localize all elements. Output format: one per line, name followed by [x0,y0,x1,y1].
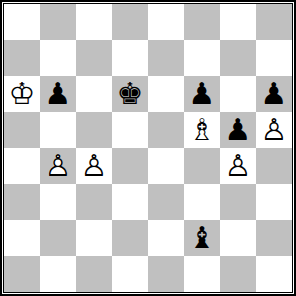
square-g4[interactable]: ♟♙ [220,148,256,184]
square-a6[interactable]: ♚♔ [4,76,40,112]
square-g5[interactable]: ♟ [220,112,256,148]
square-e5[interactable] [148,112,184,148]
black-king: ♚ [112,76,148,112]
white-king: ♚♔ [4,76,40,112]
square-b8[interactable] [40,4,76,40]
square-e6[interactable] [148,76,184,112]
square-f5[interactable]: ♝♗ [184,112,220,148]
square-h3[interactable] [256,184,292,220]
square-a7[interactable] [4,40,40,76]
square-b7[interactable] [40,40,76,76]
square-h6[interactable]: ♟ [256,76,292,112]
black-pawn: ♟ [220,112,256,148]
piece-glyph: ♟ [220,112,256,148]
square-g8[interactable] [220,4,256,40]
square-f4[interactable] [184,148,220,184]
square-b4[interactable]: ♟♙ [40,148,76,184]
square-f7[interactable] [184,40,220,76]
square-h4[interactable] [256,148,292,184]
square-d1[interactable] [112,256,148,292]
square-c2[interactable] [76,220,112,256]
square-c7[interactable] [76,40,112,76]
square-a3[interactable] [4,184,40,220]
black-bishop: ♝ [184,220,220,256]
square-d7[interactable] [112,40,148,76]
square-f3[interactable] [184,184,220,220]
chess-board: ♚♔♟♚♟♟♝♗♟♟♙♟♙♟♙♟♙♝ [4,4,292,292]
square-h5[interactable]: ♟♙ [256,112,292,148]
square-e3[interactable] [148,184,184,220]
square-g2[interactable] [220,220,256,256]
square-g3[interactable] [220,184,256,220]
black-pawn: ♟ [256,76,292,112]
piece-glyph: ♙ [256,112,292,148]
black-pawn: ♟ [184,76,220,112]
square-f8[interactable] [184,4,220,40]
square-d2[interactable] [112,220,148,256]
piece-glyph: ♚ [112,76,148,112]
white-pawn: ♟♙ [220,148,256,184]
square-c6[interactable] [76,76,112,112]
square-h2[interactable] [256,220,292,256]
square-c8[interactable] [76,4,112,40]
piece-glyph: ♗ [184,112,220,148]
piece-glyph: ♙ [40,148,76,184]
square-g7[interactable] [220,40,256,76]
square-d5[interactable] [112,112,148,148]
square-e4[interactable] [148,148,184,184]
square-c1[interactable] [76,256,112,292]
square-g6[interactable] [220,76,256,112]
square-h7[interactable] [256,40,292,76]
square-a8[interactable] [4,4,40,40]
square-g1[interactable] [220,256,256,292]
square-h8[interactable] [256,4,292,40]
square-d4[interactable] [112,148,148,184]
square-e1[interactable] [148,256,184,292]
white-pawn: ♟♙ [40,148,76,184]
square-a4[interactable] [4,148,40,184]
piece-glyph: ♟ [256,76,292,112]
square-c3[interactable] [76,184,112,220]
piece-glyph: ♔ [4,76,40,112]
square-e2[interactable] [148,220,184,256]
square-b5[interactable] [40,112,76,148]
piece-glyph: ♝ [184,220,220,256]
square-b3[interactable] [40,184,76,220]
black-pawn: ♟ [40,76,76,112]
square-b6[interactable]: ♟ [40,76,76,112]
diagram-inner-frame: ♚♔♟♚♟♟♝♗♟♟♙♟♙♟♙♟♙♝ [3,3,293,293]
piece-glyph: ♟ [40,76,76,112]
square-b1[interactable] [40,256,76,292]
white-pawn: ♟♙ [256,112,292,148]
diagram-frame: ♚♔♟♚♟♟♝♗♟♟♙♟♙♟♙♟♙♝ [0,0,296,296]
square-b2[interactable] [40,220,76,256]
square-a5[interactable] [4,112,40,148]
square-c5[interactable] [76,112,112,148]
square-d3[interactable] [112,184,148,220]
piece-glyph: ♟ [184,76,220,112]
white-bishop: ♝♗ [184,112,220,148]
square-h1[interactable] [256,256,292,292]
square-f1[interactable] [184,256,220,292]
piece-glyph: ♙ [76,148,112,184]
square-d6[interactable]: ♚ [112,76,148,112]
square-d8[interactable] [112,4,148,40]
white-pawn: ♟♙ [76,148,112,184]
square-c4[interactable]: ♟♙ [76,148,112,184]
square-e7[interactable] [148,40,184,76]
square-a2[interactable] [4,220,40,256]
square-e8[interactable] [148,4,184,40]
piece-glyph: ♙ [220,148,256,184]
square-f6[interactable]: ♟ [184,76,220,112]
square-a1[interactable] [4,256,40,292]
square-f2[interactable]: ♝ [184,220,220,256]
